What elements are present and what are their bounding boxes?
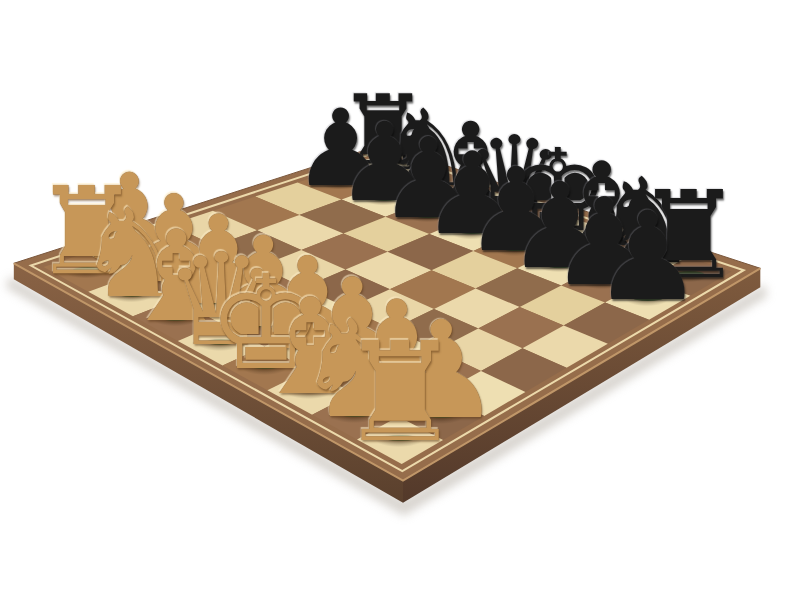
white-rook-glyph: ♜ — [339, 325, 462, 462]
chess-set-photo: ♜♟♞♝♟♛♟♚♟♝♟♟♞♟♜♜♟♟♞♟♟♝♟♛♟♚♟♝♟♞♟♜ — [0, 0, 800, 600]
black-pawn-glyph: ♟ — [593, 196, 703, 319]
